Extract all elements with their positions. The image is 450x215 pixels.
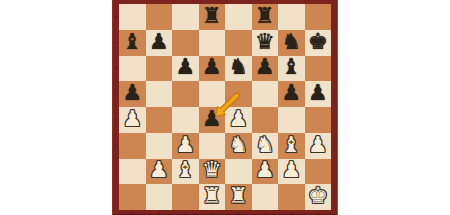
square-b5[interactable] — [146, 81, 173, 107]
piece-black-king[interactable]: ♚ — [308, 31, 328, 53]
piece-white-pawn[interactable]: ♟ — [281, 159, 301, 181]
square-a7[interactable]: ♝ — [119, 30, 146, 56]
file-label-a: a — [131, 211, 134, 214]
rank-label-4: 4 — [114, 118, 118, 121]
file-label-g: g — [290, 211, 293, 214]
file-label-b: b — [157, 211, 160, 214]
square-b2[interactable]: ♟ — [146, 159, 173, 185]
file-label-e: e — [237, 211, 240, 214]
piece-white-pawn[interactable]: ♟ — [255, 159, 275, 181]
piece-black-bishop[interactable]: ♝ — [281, 56, 301, 78]
square-g7[interactable]: ♞ — [278, 30, 305, 56]
chess-diagram: ♜♜♝♟♛♞♚♟♟♞♟♝♟♟♟♟♟♟♟♞♞♝♟♟♝♛♟♟♜♜♚ 87654321… — [0, 0, 450, 215]
piece-white-bishop[interactable]: ♝ — [175, 159, 195, 181]
square-c4[interactable] — [172, 107, 199, 133]
square-b7[interactable]: ♟ — [146, 30, 173, 56]
square-h5[interactable]: ♟ — [305, 81, 332, 107]
square-f3[interactable]: ♞ — [252, 133, 279, 159]
square-d6[interactable]: ♟ — [199, 56, 226, 82]
chess-board: ♜♜♝♟♛♞♚♟♟♞♟♝♟♟♟♟♟♟♟♞♞♝♟♟♝♛♟♟♜♜♚ — [119, 4, 331, 210]
square-c7[interactable] — [172, 30, 199, 56]
square-e8[interactable] — [225, 4, 252, 30]
board-frame: ♜♜♝♟♛♞♚♟♟♞♟♝♟♟♟♟♟♟♟♞♞♝♟♟♝♛♟♟♜♜♚ 87654321… — [112, 0, 338, 215]
piece-black-rook[interactable]: ♜ — [202, 5, 222, 27]
square-f5[interactable] — [252, 81, 279, 107]
square-d8[interactable]: ♜ — [199, 4, 226, 30]
square-e7[interactable] — [225, 30, 252, 56]
file-label-h: h — [316, 211, 319, 214]
rank-label-7: 7 — [114, 41, 118, 44]
square-f4[interactable] — [252, 107, 279, 133]
piece-black-rook[interactable]: ♜ — [255, 5, 275, 27]
piece-black-queen[interactable]: ♛ — [255, 31, 275, 53]
square-c2[interactable]: ♝ — [172, 159, 199, 185]
piece-black-knight[interactable]: ♞ — [228, 56, 248, 78]
piece-white-knight[interactable]: ♞ — [228, 134, 248, 156]
square-b3[interactable] — [146, 133, 173, 159]
piece-white-pawn[interactable]: ♟ — [149, 159, 169, 181]
square-a3[interactable] — [119, 133, 146, 159]
piece-white-pawn[interactable]: ♟ — [308, 134, 328, 156]
square-a1[interactable] — [119, 184, 146, 210]
piece-white-rook[interactable]: ♜ — [202, 185, 222, 207]
square-e5[interactable] — [225, 81, 252, 107]
square-d7[interactable] — [199, 30, 226, 56]
square-f8[interactable]: ♜ — [252, 4, 279, 30]
square-h7[interactable]: ♚ — [305, 30, 332, 56]
rank-label-2: 2 — [114, 170, 118, 173]
square-b1[interactable] — [146, 184, 173, 210]
piece-black-knight[interactable]: ♞ — [281, 31, 301, 53]
square-f2[interactable]: ♟ — [252, 159, 279, 185]
square-e4[interactable]: ♟ — [225, 107, 252, 133]
piece-white-bishop[interactable]: ♝ — [281, 134, 301, 156]
square-c3[interactable]: ♟ — [172, 133, 199, 159]
rank-label-6: 6 — [114, 67, 118, 70]
square-b4[interactable] — [146, 107, 173, 133]
piece-black-pawn[interactable]: ♟ — [149, 31, 169, 53]
square-d2[interactable]: ♛ — [199, 159, 226, 185]
piece-white-pawn[interactable]: ♟ — [175, 134, 195, 156]
piece-black-pawn[interactable]: ♟ — [281, 82, 301, 104]
square-d5[interactable] — [199, 81, 226, 107]
piece-black-pawn[interactable]: ♟ — [202, 108, 222, 130]
square-d3[interactable] — [199, 133, 226, 159]
piece-white-pawn[interactable]: ♟ — [228, 108, 248, 130]
square-b6[interactable] — [146, 56, 173, 82]
square-h4[interactable] — [305, 107, 332, 133]
square-g2[interactable]: ♟ — [278, 159, 305, 185]
rank-label-5: 5 — [114, 92, 118, 95]
square-e2[interactable] — [225, 159, 252, 185]
square-h2[interactable] — [305, 159, 332, 185]
square-f6[interactable]: ♟ — [252, 56, 279, 82]
piece-white-queen[interactable]: ♛ — [202, 159, 222, 181]
square-d4[interactable]: ♟ — [199, 107, 226, 133]
square-f7[interactable]: ♛ — [252, 30, 279, 56]
square-b8[interactable] — [146, 4, 173, 30]
square-g6[interactable]: ♝ — [278, 56, 305, 82]
square-a6[interactable] — [119, 56, 146, 82]
piece-black-pawn[interactable]: ♟ — [202, 56, 222, 78]
piece-black-pawn[interactable]: ♟ — [122, 82, 142, 104]
square-g5[interactable]: ♟ — [278, 81, 305, 107]
rank-label-3: 3 — [114, 144, 118, 147]
square-h1[interactable]: ♚ — [305, 184, 332, 210]
piece-black-pawn[interactable]: ♟ — [255, 56, 275, 78]
square-c5[interactable] — [172, 81, 199, 107]
square-c8[interactable] — [172, 4, 199, 30]
square-h3[interactable]: ♟ — [305, 133, 332, 159]
rank-label-8: 8 — [114, 15, 118, 18]
square-g1[interactable] — [278, 184, 305, 210]
square-d1[interactable]: ♜ — [199, 184, 226, 210]
square-c6[interactable]: ♟ — [172, 56, 199, 82]
square-e3[interactable]: ♞ — [225, 133, 252, 159]
square-a4[interactable]: ♟ — [119, 107, 146, 133]
rank-label-1: 1 — [114, 195, 118, 198]
square-a8[interactable] — [119, 4, 146, 30]
square-h6[interactable] — [305, 56, 332, 82]
square-a5[interactable]: ♟ — [119, 81, 146, 107]
piece-black-bishop[interactable]: ♝ — [122, 31, 142, 53]
square-h8[interactable] — [305, 4, 332, 30]
piece-white-knight[interactable]: ♞ — [255, 134, 275, 156]
square-e6[interactable]: ♞ — [225, 56, 252, 82]
square-g4[interactable] — [278, 107, 305, 133]
square-c1[interactable] — [172, 184, 199, 210]
piece-white-rook[interactable]: ♜ — [228, 185, 248, 207]
piece-white-king[interactable]: ♚ — [308, 185, 328, 207]
square-e1[interactable]: ♜ — [225, 184, 252, 210]
square-f1[interactable] — [252, 184, 279, 210]
square-a2[interactable] — [119, 159, 146, 185]
file-label-d: d — [210, 211, 213, 214]
piece-white-pawn[interactable]: ♟ — [122, 108, 142, 130]
square-g3[interactable]: ♝ — [278, 133, 305, 159]
square-g8[interactable] — [278, 4, 305, 30]
file-label-c: c — [184, 211, 187, 214]
piece-black-pawn[interactable]: ♟ — [175, 56, 195, 78]
piece-black-pawn[interactable]: ♟ — [308, 82, 328, 104]
file-label-f: f — [263, 211, 266, 214]
